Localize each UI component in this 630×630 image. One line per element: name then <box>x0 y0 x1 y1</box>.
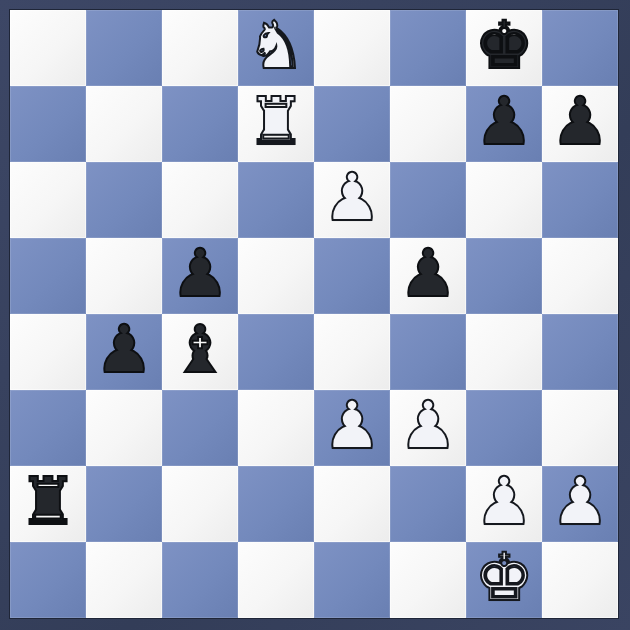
square-g8[interactable]: ♚ <box>466 10 542 86</box>
square-g1[interactable]: ♚ <box>466 542 542 618</box>
square-e7[interactable] <box>314 86 390 162</box>
square-c5[interactable]: ♟ <box>162 238 238 314</box>
square-e3[interactable]: ♟ <box>314 390 390 466</box>
square-f1[interactable] <box>390 542 466 618</box>
square-d7[interactable]: ♜ <box>238 86 314 162</box>
piece-black-rook[interactable]: ♜ <box>18 464 77 540</box>
square-g4[interactable] <box>466 314 542 390</box>
piece-black-bishop[interactable]: ♝ <box>170 312 229 388</box>
square-b1[interactable] <box>86 542 162 618</box>
square-g2[interactable]: ♟ <box>466 466 542 542</box>
square-a5[interactable] <box>10 238 86 314</box>
square-b8[interactable] <box>86 10 162 86</box>
square-g5[interactable] <box>466 238 542 314</box>
square-a2[interactable]: ♜ <box>10 466 86 542</box>
square-a1[interactable] <box>10 542 86 618</box>
square-d8[interactable]: ♞ <box>238 10 314 86</box>
square-e4[interactable] <box>314 314 390 390</box>
square-f2[interactable] <box>390 466 466 542</box>
piece-white-rook[interactable]: ♜ <box>246 84 305 160</box>
square-a4[interactable] <box>10 314 86 390</box>
square-b5[interactable] <box>86 238 162 314</box>
square-c2[interactable] <box>162 466 238 542</box>
chess-board: ♞♚♜♟♟♟♟♟♟♝♟♟♜♟♟♚ <box>10 10 618 618</box>
square-b3[interactable] <box>86 390 162 466</box>
square-b6[interactable] <box>86 162 162 238</box>
square-b2[interactable] <box>86 466 162 542</box>
square-g6[interactable] <box>466 162 542 238</box>
square-h3[interactable] <box>542 390 618 466</box>
square-d4[interactable] <box>238 314 314 390</box>
square-h4[interactable] <box>542 314 618 390</box>
piece-white-pawn[interactable]: ♟ <box>322 388 381 464</box>
square-e8[interactable] <box>314 10 390 86</box>
square-b4[interactable]: ♟ <box>86 314 162 390</box>
piece-white-pawn[interactable]: ♟ <box>550 464 609 540</box>
square-a7[interactable] <box>10 86 86 162</box>
square-f5[interactable]: ♟ <box>390 238 466 314</box>
square-e5[interactable] <box>314 238 390 314</box>
square-e6[interactable]: ♟ <box>314 162 390 238</box>
piece-black-pawn[interactable]: ♟ <box>170 236 229 312</box>
square-c3[interactable] <box>162 390 238 466</box>
square-h1[interactable] <box>542 542 618 618</box>
square-f8[interactable] <box>390 10 466 86</box>
piece-black-pawn[interactable]: ♟ <box>550 84 609 160</box>
square-h8[interactable] <box>542 10 618 86</box>
board-frame: ♞♚♜♟♟♟♟♟♟♝♟♟♜♟♟♚ <box>0 0 630 630</box>
square-a8[interactable] <box>10 10 86 86</box>
square-e1[interactable] <box>314 542 390 618</box>
square-d5[interactable] <box>238 238 314 314</box>
square-f6[interactable] <box>390 162 466 238</box>
square-c4[interactable]: ♝ <box>162 314 238 390</box>
square-e2[interactable] <box>314 466 390 542</box>
square-f7[interactable] <box>390 86 466 162</box>
square-d1[interactable] <box>238 542 314 618</box>
square-b7[interactable] <box>86 86 162 162</box>
square-c8[interactable] <box>162 10 238 86</box>
square-d2[interactable] <box>238 466 314 542</box>
square-h6[interactable] <box>542 162 618 238</box>
piece-black-pawn[interactable]: ♟ <box>474 84 533 160</box>
square-a6[interactable] <box>10 162 86 238</box>
square-h5[interactable] <box>542 238 618 314</box>
piece-black-pawn[interactable]: ♟ <box>94 312 153 388</box>
piece-white-pawn[interactable]: ♟ <box>474 464 533 540</box>
piece-white-knight[interactable]: ♞ <box>246 8 305 84</box>
piece-white-king[interactable]: ♚ <box>474 540 533 616</box>
square-a3[interactable] <box>10 390 86 466</box>
piece-white-pawn[interactable]: ♟ <box>398 388 457 464</box>
square-f4[interactable] <box>390 314 466 390</box>
square-d3[interactable] <box>238 390 314 466</box>
piece-black-king[interactable]: ♚ <box>474 8 533 84</box>
piece-white-pawn[interactable]: ♟ <box>322 160 381 236</box>
square-h7[interactable]: ♟ <box>542 86 618 162</box>
square-c1[interactable] <box>162 542 238 618</box>
square-d6[interactable] <box>238 162 314 238</box>
square-f3[interactable]: ♟ <box>390 390 466 466</box>
square-g7[interactable]: ♟ <box>466 86 542 162</box>
square-g3[interactable] <box>466 390 542 466</box>
piece-black-pawn[interactable]: ♟ <box>398 236 457 312</box>
square-c6[interactable] <box>162 162 238 238</box>
square-c7[interactable] <box>162 86 238 162</box>
square-h2[interactable]: ♟ <box>542 466 618 542</box>
